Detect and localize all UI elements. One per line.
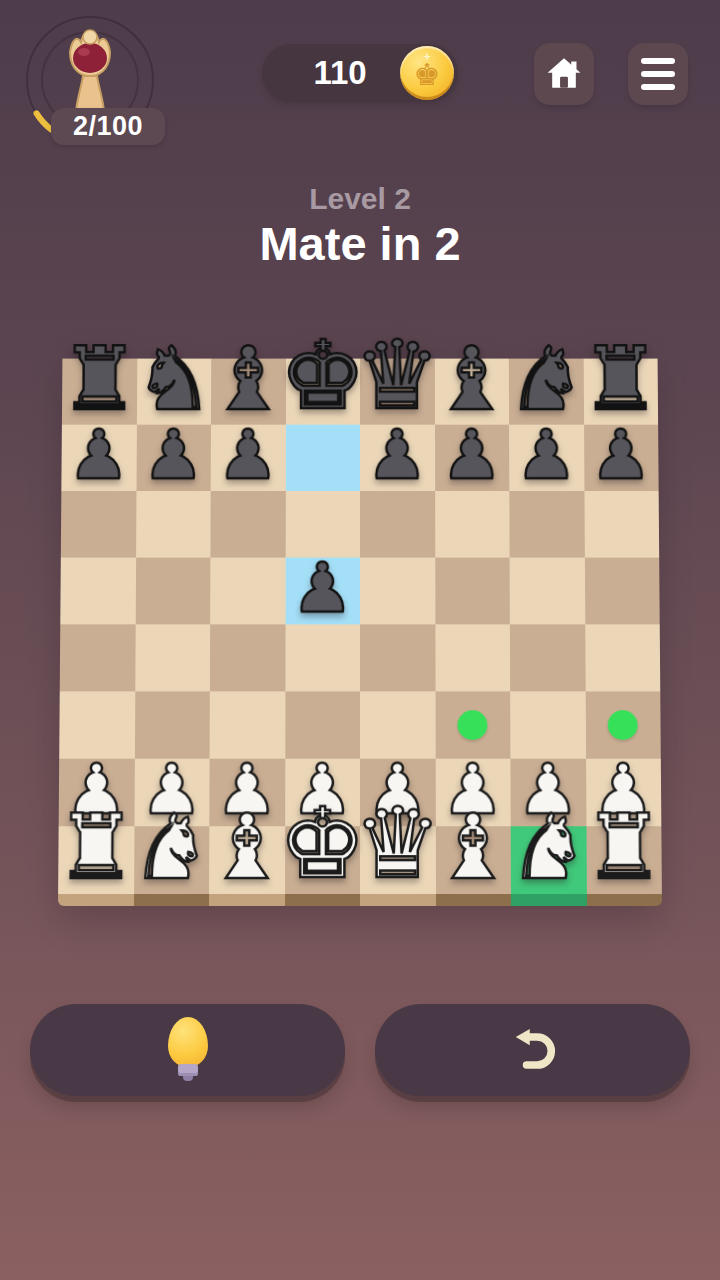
square-d7[interactable] <box>285 425 360 491</box>
undo-button[interactable] <box>375 1004 690 1096</box>
square-d5[interactable]: ♟ <box>285 558 360 625</box>
square-b1[interactable]: ♞ <box>134 826 210 894</box>
square-b7[interactable]: ♟ <box>136 425 211 491</box>
square-d4[interactable] <box>285 624 360 691</box>
board: ♜♞♝♚♛♝♞♜♟♟♟♟♟♟♟♟♟♟♟♟♟♟♟♟♜♞♝♚♛♝♞♜ <box>58 359 662 894</box>
square-f6[interactable] <box>435 491 510 558</box>
square-a5[interactable] <box>60 558 135 625</box>
menu-button[interactable] <box>628 43 688 105</box>
home-icon <box>543 53 585 95</box>
coin-icon: + ♚ <box>400 46 454 100</box>
square-f4[interactable] <box>435 624 510 691</box>
square-e1[interactable]: ♛ <box>360 826 435 894</box>
square-b4[interactable] <box>135 624 210 691</box>
square-h4[interactable] <box>585 624 660 691</box>
puzzle-title: Mate in 2 <box>0 216 720 271</box>
black-queen[interactable]: ♛ <box>354 328 441 423</box>
square-a7[interactable]: ♟ <box>61 425 136 491</box>
black-pawn[interactable]: ♟ <box>291 554 353 623</box>
home-button[interactable] <box>534 43 594 105</box>
square-c7[interactable]: ♟ <box>211 425 286 491</box>
square-a1[interactable]: ♜ <box>58 826 134 894</box>
square-e5[interactable] <box>360 558 435 625</box>
white-knight[interactable]: ♞ <box>508 802 589 892</box>
black-rook[interactable]: ♜ <box>580 335 660 422</box>
black-rook[interactable]: ♜ <box>59 335 139 422</box>
black-pawn[interactable]: ♟ <box>441 421 503 489</box>
black-knight[interactable]: ♞ <box>134 335 214 422</box>
lightbulb-icon <box>168 1017 208 1083</box>
black-pawn[interactable]: ♟ <box>590 421 652 489</box>
black-knight[interactable]: ♞ <box>506 335 586 422</box>
square-h7[interactable]: ♟ <box>584 425 659 491</box>
undo-icon <box>505 1022 561 1078</box>
level-progress-badge: 2/100 <box>51 108 165 145</box>
square-a6[interactable] <box>61 491 136 558</box>
square-b6[interactable] <box>136 491 211 558</box>
move-dot[interactable] <box>608 710 638 740</box>
white-bishop[interactable]: ♝ <box>206 802 287 892</box>
screen: { "app": {"background_top": "#4e3c4b", "… <box>0 0 720 1280</box>
black-pawn[interactable]: ♟ <box>366 421 428 489</box>
square-h6[interactable] <box>584 491 659 558</box>
square-c6[interactable] <box>210 491 285 558</box>
square-d1[interactable]: ♚ <box>285 826 360 894</box>
square-g7[interactable]: ♟ <box>509 425 584 491</box>
square-g5[interactable] <box>510 558 585 625</box>
square-f1[interactable]: ♝ <box>435 826 511 894</box>
square-c5[interactable] <box>210 558 285 625</box>
move-dot[interactable] <box>458 710 488 740</box>
square-e6[interactable] <box>360 491 435 558</box>
square-g6[interactable] <box>509 491 584 558</box>
square-c4[interactable] <box>210 624 285 691</box>
board-wrap: ♜♞♝♚♛♝♞♜♟♟♟♟♟♟♟♟♟♟♟♟♟♟♟♟♜♞♝♚♛♝♞♜ <box>58 359 662 906</box>
white-bishop[interactable]: ♝ <box>433 802 514 892</box>
white-rook[interactable]: ♜ <box>56 802 137 892</box>
square-c1[interactable]: ♝ <box>209 826 285 894</box>
level-kicker: Level 2 <box>0 182 720 216</box>
square-d8[interactable]: ♚ <box>285 359 360 425</box>
hint-button[interactable] <box>30 1004 345 1096</box>
square-h5[interactable] <box>584 558 659 625</box>
black-pawn[interactable]: ♟ <box>217 421 279 489</box>
square-a4[interactable] <box>60 624 135 691</box>
square-g1[interactable]: ♞ <box>511 826 587 894</box>
square-g4[interactable] <box>510 624 585 691</box>
black-pawn[interactable]: ♟ <box>142 421 204 489</box>
square-e4[interactable] <box>360 624 435 691</box>
black-bishop[interactable]: ♝ <box>208 335 288 422</box>
square-f5[interactable] <box>435 558 510 625</box>
white-rook[interactable]: ♜ <box>583 802 664 892</box>
white-queen[interactable]: ♛ <box>354 794 442 892</box>
square-h1[interactable]: ♜ <box>586 826 662 894</box>
player-avatar[interactable]: 2/100 <box>18 4 163 149</box>
square-e7[interactable]: ♟ <box>360 425 435 491</box>
black-bishop[interactable]: ♝ <box>432 335 512 422</box>
black-pawn[interactable]: ♟ <box>68 421 130 489</box>
square-f7[interactable]: ♟ <box>435 425 510 491</box>
black-pawn[interactable]: ♟ <box>515 421 577 489</box>
white-knight[interactable]: ♞ <box>131 802 212 892</box>
coin-balance-pill[interactable]: 110 + ♚ <box>262 44 458 102</box>
coin-balance-value: 110 <box>262 54 400 92</box>
square-b5[interactable] <box>135 558 210 625</box>
